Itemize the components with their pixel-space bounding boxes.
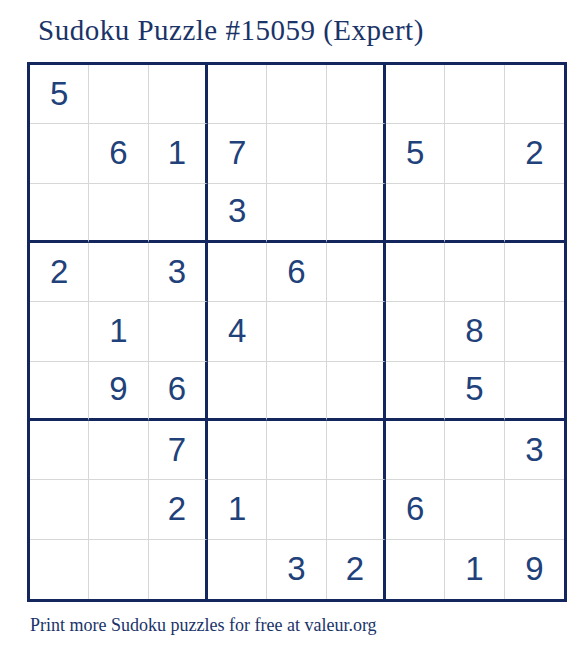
cell-r5c9 — [505, 302, 564, 361]
cell-r4c3: 3 — [149, 243, 208, 302]
cell-r9c7 — [386, 540, 445, 599]
cell-r5c1 — [30, 302, 89, 361]
cell-r2c1 — [30, 124, 89, 183]
cell-r6c7 — [386, 362, 445, 421]
given-digit: 3 — [525, 433, 543, 466]
cell-r1c1: 5 — [30, 65, 89, 124]
cell-r3c9 — [505, 184, 564, 243]
sudoku-grid: 5617523236148965732163219 — [27, 62, 567, 602]
cell-r3c4: 3 — [208, 184, 267, 243]
cell-r6c4 — [208, 362, 267, 421]
given-digit: 9 — [525, 552, 543, 585]
cell-r7c1 — [30, 421, 89, 480]
cell-r3c2 — [89, 184, 148, 243]
given-digit: 6 — [287, 255, 305, 288]
cell-r8c3: 2 — [149, 480, 208, 539]
cell-r4c1: 2 — [30, 243, 89, 302]
given-digit: 1 — [228, 492, 246, 525]
cell-r2c6 — [327, 124, 386, 183]
cell-r9c4 — [208, 540, 267, 599]
cell-r4c6 — [327, 243, 386, 302]
given-digit: 2 — [168, 492, 186, 525]
cell-r8c1 — [30, 480, 89, 539]
cell-r1c2 — [89, 65, 148, 124]
cell-r4c5: 6 — [267, 243, 326, 302]
cell-r7c9: 3 — [505, 421, 564, 480]
given-digit: 1 — [465, 552, 483, 585]
cell-r3c1 — [30, 184, 89, 243]
cell-r5c6 — [327, 302, 386, 361]
cell-r8c6 — [327, 480, 386, 539]
given-digit: 1 — [109, 314, 127, 347]
cell-r5c7 — [386, 302, 445, 361]
cell-r2c7: 5 — [386, 124, 445, 183]
given-digit: 6 — [168, 372, 186, 405]
cell-r8c7: 6 — [386, 480, 445, 539]
cell-r8c8 — [445, 480, 504, 539]
cell-r9c2 — [89, 540, 148, 599]
footer-text: Print more Sudoku puzzles for free at va… — [30, 615, 377, 636]
cell-r9c8: 1 — [445, 540, 504, 599]
cell-r1c4 — [208, 65, 267, 124]
cell-r6c5 — [267, 362, 326, 421]
cell-r9c1 — [30, 540, 89, 599]
cell-r4c9 — [505, 243, 564, 302]
given-digit: 2 — [50, 255, 68, 288]
cell-r7c2 — [89, 421, 148, 480]
cell-r6c8: 5 — [445, 362, 504, 421]
cell-r1c3 — [149, 65, 208, 124]
cell-r3c6 — [327, 184, 386, 243]
cell-r3c7 — [386, 184, 445, 243]
cell-r1c9 — [505, 65, 564, 124]
cell-r6c3: 6 — [149, 362, 208, 421]
given-digit: 7 — [168, 433, 186, 466]
given-digit: 5 — [406, 136, 424, 169]
cell-r2c5 — [267, 124, 326, 183]
given-digit: 5 — [465, 372, 483, 405]
cell-r8c5 — [267, 480, 326, 539]
cell-r5c2: 1 — [89, 302, 148, 361]
cell-r1c8 — [445, 65, 504, 124]
cell-r4c8 — [445, 243, 504, 302]
cell-r3c3 — [149, 184, 208, 243]
cell-r7c8 — [445, 421, 504, 480]
cell-r9c6: 2 — [327, 540, 386, 599]
cell-r6c9 — [505, 362, 564, 421]
cell-r6c6 — [327, 362, 386, 421]
cell-r2c2: 6 — [89, 124, 148, 183]
cell-r2c3: 1 — [149, 124, 208, 183]
cell-r6c1 — [30, 362, 89, 421]
given-digit: 3 — [168, 255, 186, 288]
cell-r6c2: 9 — [89, 362, 148, 421]
cell-r7c4 — [208, 421, 267, 480]
cell-r9c9: 9 — [505, 540, 564, 599]
cell-r5c3 — [149, 302, 208, 361]
cell-r1c6 — [327, 65, 386, 124]
cell-r4c2 — [89, 243, 148, 302]
cell-r8c9 — [505, 480, 564, 539]
cell-r5c8: 8 — [445, 302, 504, 361]
given-digit: 3 — [228, 194, 246, 227]
given-digit: 2 — [346, 552, 364, 585]
cell-r7c6 — [327, 421, 386, 480]
given-digit: 2 — [525, 136, 543, 169]
given-digit: 4 — [228, 314, 246, 347]
cell-r7c5 — [267, 421, 326, 480]
given-digit: 7 — [228, 136, 246, 169]
cell-r1c5 — [267, 65, 326, 124]
cell-r9c5: 3 — [267, 540, 326, 599]
cell-r2c8 — [445, 124, 504, 183]
cell-r7c7 — [386, 421, 445, 480]
cell-r1c7 — [386, 65, 445, 124]
cell-r3c5 — [267, 184, 326, 243]
cell-r7c3: 7 — [149, 421, 208, 480]
given-digit: 1 — [168, 136, 186, 169]
cell-r5c5 — [267, 302, 326, 361]
page-title: Sudoku Puzzle #15059 (Expert) — [38, 14, 424, 47]
given-digit: 3 — [287, 552, 305, 585]
cell-r9c3 — [149, 540, 208, 599]
given-digit: 6 — [406, 492, 424, 525]
cell-r5c4: 4 — [208, 302, 267, 361]
given-digit: 5 — [50, 77, 68, 110]
cell-r4c7 — [386, 243, 445, 302]
given-digit: 8 — [465, 314, 483, 347]
cell-r3c8 — [445, 184, 504, 243]
given-digit: 6 — [109, 136, 127, 169]
cell-r2c9: 2 — [505, 124, 564, 183]
given-digit: 9 — [109, 372, 127, 405]
cell-r8c2 — [89, 480, 148, 539]
cell-r2c4: 7 — [208, 124, 267, 183]
cell-r4c4 — [208, 243, 267, 302]
cell-r8c4: 1 — [208, 480, 267, 539]
